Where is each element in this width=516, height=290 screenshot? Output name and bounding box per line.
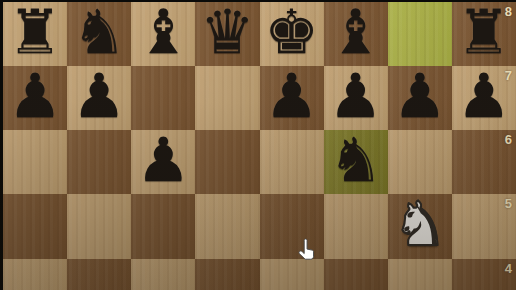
square-e7[interactable]: ♟	[260, 66, 324, 130]
black-pawn[interactable]: ♟	[457, 64, 512, 128]
black-pawn[interactable]: ♟	[8, 64, 63, 128]
square-c5[interactable]	[131, 194, 195, 258]
black-pawn[interactable]: ♟	[264, 64, 319, 128]
square-a6[interactable]	[3, 130, 67, 194]
black-pawn[interactable]: ♟	[72, 64, 127, 128]
square-h7[interactable]: ♟	[452, 66, 516, 130]
square-d4[interactable]	[195, 259, 259, 290]
square-d6[interactable]	[195, 130, 259, 194]
square-h6[interactable]	[452, 130, 516, 194]
square-b5[interactable]	[67, 194, 131, 258]
square-e5[interactable]	[260, 194, 324, 258]
square-f5[interactable]	[324, 194, 388, 258]
square-f8[interactable]: ♝	[324, 2, 388, 66]
square-c4[interactable]	[131, 259, 195, 290]
black-pawn[interactable]: ♟	[328, 64, 383, 128]
square-h4[interactable]	[452, 259, 516, 290]
white-knight[interactable]: ♞	[392, 192, 447, 256]
black-knight[interactable]: ♞	[328, 128, 383, 192]
square-g6[interactable]	[388, 130, 452, 194]
chess-board: ♜♞♝♛♚♝♜♟♟♟♟♟♟♟♞♞	[3, 2, 516, 290]
black-bishop[interactable]: ♝	[136, 0, 191, 64]
square-g5[interactable]: ♞	[388, 194, 452, 258]
square-c8[interactable]: ♝	[131, 2, 195, 66]
square-a8[interactable]: ♜	[3, 2, 67, 66]
square-e8[interactable]: ♚	[260, 2, 324, 66]
square-f4[interactable]	[324, 259, 388, 290]
square-d8[interactable]: ♛	[195, 2, 259, 66]
black-knight[interactable]: ♞	[72, 0, 127, 64]
square-f7[interactable]: ♟	[324, 66, 388, 130]
black-rook[interactable]: ♜	[8, 0, 63, 64]
square-g8[interactable]	[388, 2, 452, 66]
square-d5[interactable]	[195, 194, 259, 258]
square-b7[interactable]: ♟	[67, 66, 131, 130]
square-f6[interactable]: ♞	[324, 130, 388, 194]
square-c6[interactable]: ♟	[131, 130, 195, 194]
square-h5[interactable]	[452, 194, 516, 258]
square-b4[interactable]	[67, 259, 131, 290]
square-a5[interactable]	[3, 194, 67, 258]
square-b8[interactable]: ♞	[67, 2, 131, 66]
square-c7[interactable]	[131, 66, 195, 130]
black-bishop[interactable]: ♝	[328, 0, 383, 64]
black-rook[interactable]: ♜	[457, 0, 512, 64]
video-frame: ♜♞♝♛♚♝♜♟♟♟♟♟♟♟♞♞ 87654	[0, 0, 516, 290]
square-e4[interactable]	[260, 259, 324, 290]
square-e6[interactable]	[260, 130, 324, 194]
square-a4[interactable]	[3, 259, 67, 290]
square-g7[interactable]: ♟	[388, 66, 452, 130]
black-king[interactable]: ♚	[264, 0, 319, 64]
square-b6[interactable]	[67, 130, 131, 194]
square-d7[interactable]	[195, 66, 259, 130]
black-queen[interactable]: ♛	[200, 0, 255, 64]
black-pawn[interactable]: ♟	[136, 128, 191, 192]
square-g4[interactable]	[388, 259, 452, 290]
square-h8[interactable]: ♜	[452, 2, 516, 66]
square-a7[interactable]: ♟	[3, 66, 67, 130]
black-pawn[interactable]: ♟	[392, 64, 447, 128]
